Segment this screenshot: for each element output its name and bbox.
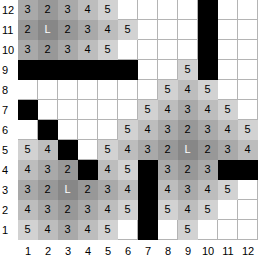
distance-cell[interactable]: 5 bbox=[118, 20, 138, 40]
distance-cell[interactable]: 2 bbox=[178, 120, 198, 140]
empty-cell[interactable] bbox=[238, 200, 258, 220]
empty-cell[interactable] bbox=[238, 20, 258, 40]
distance-cell[interactable]: 3 bbox=[218, 140, 238, 160]
empty-cell[interactable] bbox=[18, 80, 38, 100]
row-label-10: 10 bbox=[0, 40, 18, 60]
distance-cell[interactable]: 5 bbox=[158, 200, 178, 220]
col-label-10: 10 bbox=[198, 240, 218, 262]
empty-cell[interactable] bbox=[78, 120, 98, 140]
col-label-4: 4 bbox=[78, 240, 98, 262]
empty-cell[interactable] bbox=[138, 40, 158, 60]
row-label-9: 9 bbox=[0, 60, 18, 80]
empty-cell[interactable] bbox=[218, 40, 238, 60]
empty-cell[interactable] bbox=[178, 0, 198, 20]
distance-cell[interactable]: 2 bbox=[38, 180, 58, 200]
distance-cell[interactable]: 3 bbox=[58, 220, 78, 240]
wall-cell[interactable] bbox=[38, 60, 58, 80]
distance-cell[interactable]: 3 bbox=[198, 160, 218, 180]
empty-cell[interactable] bbox=[238, 80, 258, 100]
row-label-5: 5 bbox=[0, 140, 18, 160]
row-label-1: 1 bbox=[0, 220, 18, 240]
distance-cell[interactable]: 4 bbox=[158, 100, 178, 120]
corner-spacer bbox=[0, 240, 18, 262]
distance-cell[interactable]: 5 bbox=[18, 220, 38, 240]
distance-cell[interactable]: 3 bbox=[138, 140, 158, 160]
empty-cell[interactable] bbox=[138, 0, 158, 20]
empty-cell[interactable] bbox=[158, 40, 178, 60]
row-label-11: 11 bbox=[0, 20, 18, 40]
empty-cell[interactable] bbox=[38, 80, 58, 100]
distance-cell[interactable]: 5 bbox=[118, 200, 138, 220]
col-label-9: 9 bbox=[178, 240, 198, 262]
empty-cell[interactable] bbox=[238, 180, 258, 200]
empty-cell[interactable] bbox=[138, 80, 158, 100]
empty-cell[interactable] bbox=[118, 40, 138, 60]
col-label-6: 6 bbox=[118, 240, 138, 262]
distance-cell[interactable]: 4 bbox=[98, 160, 118, 180]
distance-cell[interactable]: 4 bbox=[38, 220, 58, 240]
distance-cell[interactable]: 3 bbox=[78, 200, 98, 220]
empty-cell[interactable] bbox=[38, 100, 58, 120]
empty-cell[interactable] bbox=[118, 100, 138, 120]
distance-cell[interactable]: 5 bbox=[18, 140, 38, 160]
wall-cell[interactable] bbox=[58, 140, 78, 160]
distance-cell[interactable]: 2 bbox=[38, 0, 58, 20]
row-label-2: 2 bbox=[0, 200, 18, 220]
empty-cell[interactable] bbox=[58, 120, 78, 140]
distance-cell[interactable]: 3 bbox=[18, 180, 38, 200]
distance-cell[interactable]: 3 bbox=[18, 0, 38, 20]
distance-cell[interactable]: 2 bbox=[178, 160, 198, 180]
distance-cell[interactable]: 5 bbox=[138, 100, 158, 120]
col-label-11: 11 bbox=[218, 240, 238, 262]
wall-cell[interactable] bbox=[18, 60, 38, 80]
row-label-7: 7 bbox=[0, 100, 18, 120]
distance-cell[interactable]: 4 bbox=[198, 100, 218, 120]
wall-cell[interactable] bbox=[78, 60, 98, 80]
wall-cell[interactable] bbox=[138, 160, 158, 180]
row-label-4: 4 bbox=[0, 160, 18, 180]
distance-cell[interactable]: 4 bbox=[118, 140, 138, 160]
distance-cell[interactable]: 3 bbox=[158, 120, 178, 140]
empty-cell[interactable] bbox=[178, 20, 198, 40]
distance-cell[interactable]: 4 bbox=[98, 20, 118, 40]
lamp-cell[interactable]: L bbox=[178, 140, 198, 160]
empty-cell[interactable] bbox=[18, 120, 38, 140]
distance-cell[interactable]: 5 bbox=[178, 220, 198, 240]
lamp-cell[interactable]: L bbox=[38, 20, 58, 40]
distance-cell[interactable]: 3 bbox=[38, 160, 58, 180]
empty-cell[interactable] bbox=[238, 220, 258, 240]
empty-cell[interactable] bbox=[238, 0, 258, 20]
distance-cell[interactable]: 5 bbox=[118, 160, 138, 180]
distance-cell[interactable]: 2 bbox=[18, 20, 38, 40]
wall-cell[interactable] bbox=[198, 20, 218, 40]
distance-cell[interactable]: 5 bbox=[98, 0, 118, 20]
distance-cell[interactable]: 2 bbox=[158, 140, 178, 160]
distance-cell[interactable]: 5 bbox=[158, 80, 178, 100]
distance-cell[interactable]: 3 bbox=[178, 100, 198, 120]
distance-cell[interactable]: 5 bbox=[218, 100, 238, 120]
distance-cell[interactable]: 2 bbox=[38, 40, 58, 60]
distance-cell[interactable]: 5 bbox=[238, 120, 258, 140]
wall-cell[interactable] bbox=[38, 120, 58, 140]
empty-cell[interactable] bbox=[218, 0, 238, 20]
distance-cell[interactable]: 2 bbox=[78, 180, 98, 200]
row-label-3: 3 bbox=[0, 180, 18, 200]
empty-cell[interactable] bbox=[58, 100, 78, 120]
empty-cell[interactable] bbox=[198, 220, 218, 240]
col-label-12: 12 bbox=[238, 240, 258, 262]
empty-cell[interactable] bbox=[98, 100, 118, 120]
distance-cell[interactable]: 5 bbox=[98, 40, 118, 60]
distance-cell[interactable]: 5 bbox=[198, 200, 218, 220]
row-label-12: 12 bbox=[0, 0, 18, 20]
distance-cell[interactable]: 4 bbox=[38, 140, 58, 160]
distance-cell[interactable]: 2 bbox=[58, 160, 78, 180]
puzzle-page: 1232345112L23451032345958545754345654323… bbox=[0, 0, 260, 262]
distance-cell[interactable]: 4 bbox=[158, 180, 178, 200]
distance-cell[interactable]: 5 bbox=[178, 60, 198, 80]
empty-cell[interactable] bbox=[118, 80, 138, 100]
empty-cell[interactable] bbox=[218, 200, 238, 220]
empty-cell[interactable] bbox=[58, 80, 78, 100]
distance-cell[interactable]: 4 bbox=[98, 200, 118, 220]
empty-cell[interactable] bbox=[78, 80, 98, 100]
col-label-2: 2 bbox=[38, 240, 58, 262]
distance-cell[interactable]: 4 bbox=[178, 200, 198, 220]
row-label-8: 8 bbox=[0, 80, 18, 100]
wall-cell[interactable] bbox=[18, 100, 38, 120]
distance-cell[interactable]: 4 bbox=[238, 140, 258, 160]
distance-cell[interactable]: 4 bbox=[138, 120, 158, 140]
distance-cell[interactable]: 5 bbox=[218, 180, 238, 200]
col-label-5: 5 bbox=[98, 240, 118, 262]
empty-cell[interactable] bbox=[218, 60, 238, 80]
wall-cell[interactable] bbox=[138, 180, 158, 200]
empty-cell[interactable] bbox=[158, 60, 178, 80]
empty-cell[interactable] bbox=[218, 80, 238, 100]
distance-cell[interactable]: 3 bbox=[78, 20, 98, 40]
distance-cell[interactable]: 3 bbox=[98, 180, 118, 200]
distance-cell[interactable]: 3 bbox=[18, 40, 38, 60]
distance-cell[interactable]: 3 bbox=[198, 120, 218, 140]
distance-cell[interactable]: 4 bbox=[18, 200, 38, 220]
empty-cell[interactable] bbox=[78, 140, 98, 160]
empty-cell[interactable] bbox=[178, 40, 198, 60]
empty-cell[interactable] bbox=[98, 80, 118, 100]
empty-cell[interactable] bbox=[238, 40, 258, 60]
empty-cell[interactable] bbox=[158, 0, 178, 20]
distance-cell[interactable]: 4 bbox=[78, 0, 98, 20]
col-label-3: 3 bbox=[58, 240, 78, 262]
distance-cell[interactable]: 2 bbox=[58, 20, 78, 40]
distance-cell[interactable]: 2 bbox=[198, 140, 218, 160]
wall-cell[interactable] bbox=[118, 60, 138, 80]
empty-cell[interactable] bbox=[78, 100, 98, 120]
distance-cell[interactable]: 4 bbox=[78, 40, 98, 60]
distance-cell[interactable]: 5 bbox=[98, 140, 118, 160]
wall-cell[interactable] bbox=[238, 160, 258, 180]
empty-cell[interactable] bbox=[238, 100, 258, 120]
distance-cell[interactable]: 4 bbox=[118, 180, 138, 200]
wall-cell[interactable] bbox=[98, 60, 118, 80]
distance-cell[interactable]: 2 bbox=[58, 200, 78, 220]
distance-cell[interactable]: 3 bbox=[58, 40, 78, 60]
col-label-1: 1 bbox=[18, 240, 38, 262]
empty-cell[interactable] bbox=[138, 20, 158, 40]
empty-cell[interactable] bbox=[238, 60, 258, 80]
wall-cell[interactable] bbox=[138, 200, 158, 220]
wall-cell[interactable] bbox=[198, 40, 218, 60]
distance-cell[interactable]: 4 bbox=[78, 220, 98, 240]
empty-cell[interactable] bbox=[138, 60, 158, 80]
wall-cell[interactable] bbox=[218, 160, 238, 180]
distance-cell[interactable]: 5 bbox=[98, 220, 118, 240]
distance-cell[interactable]: 5 bbox=[118, 120, 138, 140]
wall-cell[interactable] bbox=[198, 60, 218, 80]
empty-cell[interactable] bbox=[218, 220, 238, 240]
distance-cell[interactable]: 4 bbox=[178, 80, 198, 100]
distance-cell[interactable]: 4 bbox=[198, 180, 218, 200]
wall-cell[interactable] bbox=[198, 0, 218, 20]
distance-cell[interactable]: 4 bbox=[218, 120, 238, 140]
distance-cell[interactable]: 3 bbox=[178, 180, 198, 200]
distance-cell[interactable]: 4 bbox=[18, 160, 38, 180]
distance-cell[interactable]: 3 bbox=[58, 0, 78, 20]
col-label-8: 8 bbox=[158, 240, 178, 262]
row-label-6: 6 bbox=[0, 120, 18, 140]
empty-cell[interactable] bbox=[98, 120, 118, 140]
board: 1232345112L23451032345958545754345654323… bbox=[0, 0, 258, 262]
distance-cell[interactable]: 3 bbox=[158, 160, 178, 180]
col-label-7: 7 bbox=[138, 240, 158, 262]
empty-cell[interactable] bbox=[218, 20, 238, 40]
empty-cell[interactable] bbox=[158, 220, 178, 240]
wall-cell[interactable] bbox=[78, 160, 98, 180]
distance-cell[interactable]: 5 bbox=[198, 80, 218, 100]
empty-cell[interactable] bbox=[118, 0, 138, 20]
wall-cell[interactable] bbox=[138, 220, 158, 240]
lamp-cell[interactable]: L bbox=[58, 180, 78, 200]
empty-cell[interactable] bbox=[118, 220, 138, 240]
empty-cell[interactable] bbox=[158, 20, 178, 40]
distance-cell[interactable]: 3 bbox=[38, 200, 58, 220]
wall-cell[interactable] bbox=[58, 60, 78, 80]
